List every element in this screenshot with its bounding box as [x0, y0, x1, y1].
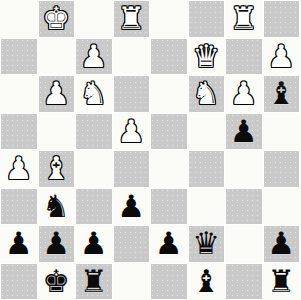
square-g6[interactable]: ♟ — [225, 75, 263, 113]
piece-black-pawn: ♟ — [267, 225, 295, 263]
square-c8[interactable] — [75, 0, 113, 38]
square-d8[interactable]: ♜ — [113, 0, 151, 38]
piece-black-king: ♚ — [42, 263, 70, 300]
piece-black-bishop: ♝ — [192, 263, 220, 300]
piece-white-rook: ♜ — [230, 0, 258, 38]
piece-white-pawn: ♟ — [80, 38, 108, 76]
square-h4[interactable] — [263, 150, 301, 188]
piece-black-pawn: ♟ — [5, 225, 33, 263]
square-a8[interactable] — [0, 0, 38, 38]
square-c1[interactable]: ♜ — [75, 263, 113, 300]
square-f8[interactable] — [188, 0, 226, 38]
piece-white-king: ♚ — [42, 0, 70, 38]
square-e3[interactable] — [150, 188, 188, 226]
square-d2[interactable] — [113, 225, 151, 263]
piece-black-pawn: ♟ — [155, 225, 183, 263]
square-b3[interactable]: ♞ — [38, 188, 76, 226]
square-b6[interactable]: ♟ — [38, 75, 76, 113]
square-b8[interactable]: ♚ — [38, 0, 76, 38]
piece-black-pawn: ♟ — [117, 188, 145, 226]
square-h3[interactable] — [263, 188, 301, 226]
square-a5[interactable] — [0, 113, 38, 151]
square-g2[interactable] — [225, 225, 263, 263]
square-a3[interactable] — [0, 188, 38, 226]
square-f6[interactable]: ♞ — [188, 75, 226, 113]
piece-black-queen: ♛ — [192, 225, 220, 263]
square-f3[interactable] — [188, 188, 226, 226]
piece-white-queen: ♛ — [192, 38, 220, 76]
square-d6[interactable] — [113, 75, 151, 113]
square-e2[interactable]: ♟ — [150, 225, 188, 263]
square-a2[interactable]: ♟ — [0, 225, 38, 263]
square-h5[interactable] — [263, 113, 301, 151]
piece-white-knight: ♞ — [80, 75, 108, 113]
square-f7[interactable]: ♛ — [188, 38, 226, 76]
square-b1[interactable]: ♚ — [38, 263, 76, 300]
square-a4[interactable]: ♟ — [0, 150, 38, 188]
square-a6[interactable] — [0, 75, 38, 113]
square-d3[interactable]: ♟ — [113, 188, 151, 226]
piece-black-pawn: ♟ — [42, 225, 70, 263]
square-h7[interactable]: ♟ — [263, 38, 301, 76]
square-b7[interactable] — [38, 38, 76, 76]
piece-white-pawn: ♟ — [117, 113, 145, 151]
chess-board: ♚♜♜♟♛♟♟♞♞♟♝♟♟♟♝♞♟♟♟♟♟♛♟♚♜♝♜ — [0, 0, 300, 300]
square-g1[interactable] — [225, 263, 263, 300]
square-f2[interactable]: ♛ — [188, 225, 226, 263]
piece-black-rook: ♜ — [80, 263, 108, 300]
piece-white-pawn: ♟ — [42, 75, 70, 113]
square-c2[interactable]: ♟ — [75, 225, 113, 263]
square-e8[interactable] — [150, 0, 188, 38]
piece-black-pawn: ♟ — [230, 113, 258, 151]
square-a7[interactable] — [0, 38, 38, 76]
piece-black-bishop: ♝ — [267, 75, 295, 113]
square-e4[interactable] — [150, 150, 188, 188]
square-e7[interactable] — [150, 38, 188, 76]
piece-white-pawn: ♟ — [267, 38, 295, 76]
square-g7[interactable] — [225, 38, 263, 76]
square-h8[interactable] — [263, 0, 301, 38]
square-h6[interactable]: ♝ — [263, 75, 301, 113]
square-c6[interactable]: ♞ — [75, 75, 113, 113]
piece-black-knight: ♞ — [42, 188, 70, 226]
square-g4[interactable] — [225, 150, 263, 188]
square-d4[interactable] — [113, 150, 151, 188]
square-c3[interactable] — [75, 188, 113, 226]
square-g3[interactable] — [225, 188, 263, 226]
square-h2[interactable]: ♟ — [263, 225, 301, 263]
piece-black-pawn: ♟ — [80, 225, 108, 263]
square-g8[interactable]: ♜ — [225, 0, 263, 38]
square-c7[interactable]: ♟ — [75, 38, 113, 76]
piece-white-knight: ♞ — [192, 75, 220, 113]
square-a1[interactable] — [0, 263, 38, 300]
piece-white-bishop: ♝ — [42, 150, 70, 188]
square-e5[interactable] — [150, 113, 188, 151]
square-g5[interactable]: ♟ — [225, 113, 263, 151]
square-f5[interactable] — [188, 113, 226, 151]
square-c5[interactable] — [75, 113, 113, 151]
square-h1[interactable]: ♜ — [263, 263, 301, 300]
square-b4[interactable]: ♝ — [38, 150, 76, 188]
piece-white-rook: ♜ — [117, 0, 145, 38]
square-b5[interactable] — [38, 113, 76, 151]
square-d5[interactable]: ♟ — [113, 113, 151, 151]
square-e6[interactable] — [150, 75, 188, 113]
piece-black-rook: ♜ — [267, 263, 295, 300]
square-d7[interactable] — [113, 38, 151, 76]
square-c4[interactable] — [75, 150, 113, 188]
square-e1[interactable] — [150, 263, 188, 300]
square-f4[interactable] — [188, 150, 226, 188]
square-d1[interactable] — [113, 263, 151, 300]
piece-white-pawn: ♟ — [230, 75, 258, 113]
piece-white-pawn: ♟ — [5, 150, 33, 188]
square-f1[interactable]: ♝ — [188, 263, 226, 300]
square-b2[interactable]: ♟ — [38, 225, 76, 263]
